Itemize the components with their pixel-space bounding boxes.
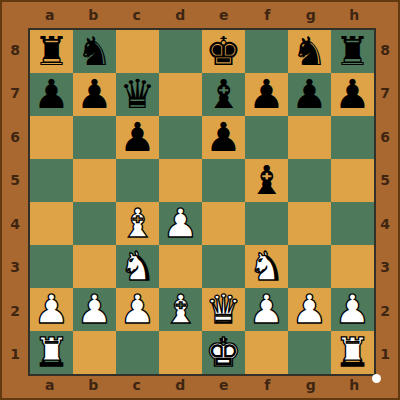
square-a4[interactable] (30, 202, 73, 245)
piece-black-pawn: ♟ (206, 117, 242, 157)
piece-white-knight: ♞ (249, 246, 285, 286)
square-e7[interactable]: ♝ (202, 73, 245, 116)
square-g1[interactable] (288, 331, 331, 374)
file-label-c: c (115, 373, 159, 397)
piece-black-rook: ♜ (335, 31, 371, 71)
file-label-e: e (202, 3, 246, 27)
square-a7[interactable]: ♟ (30, 73, 73, 116)
piece-black-knight: ♞ (77, 31, 113, 71)
piece-white-pawn: ♟ (34, 289, 70, 329)
rank-label-2: 2 (373, 289, 397, 333)
rank-label-1: 1 (3, 333, 27, 377)
file-label-b: b (72, 3, 116, 27)
square-g7[interactable]: ♟ (288, 73, 331, 116)
square-h4[interactable] (331, 202, 374, 245)
board-frame: abcdefgh abcdefgh 87654321 87654321 ♜♞♚♞… (0, 0, 400, 400)
square-g3[interactable] (288, 245, 331, 288)
piece-white-pawn: ♟ (249, 289, 285, 329)
piece-white-rook: ♜ (34, 332, 70, 372)
square-e1[interactable]: ♚ (202, 331, 245, 374)
file-label-d: d (159, 3, 203, 27)
file-label-g: g (289, 373, 333, 397)
square-e4[interactable] (202, 202, 245, 245)
square-c1[interactable] (116, 331, 159, 374)
file-labels-bottom: abcdefgh (28, 373, 376, 397)
square-a6[interactable] (30, 116, 73, 159)
square-h1[interactable]: ♜ (331, 331, 374, 374)
square-b3[interactable] (73, 245, 116, 288)
file-label-b: b (72, 373, 116, 397)
square-e2[interactable]: ♛ (202, 288, 245, 331)
file-label-f: f (246, 3, 290, 27)
file-label-f: f (246, 373, 290, 397)
square-c3[interactable]: ♞ (116, 245, 159, 288)
square-b1[interactable] (73, 331, 116, 374)
rank-labels-left: 87654321 (3, 28, 27, 376)
piece-black-bishop: ♝ (206, 74, 242, 114)
square-g8[interactable]: ♞ (288, 30, 331, 73)
rank-label-8: 8 (373, 28, 397, 72)
square-g6[interactable] (288, 116, 331, 159)
square-h3[interactable] (331, 245, 374, 288)
piece-white-pawn: ♟ (292, 289, 328, 329)
side-to-move-indicator (372, 374, 381, 383)
square-h7[interactable]: ♟ (331, 73, 374, 116)
file-label-g: g (289, 3, 333, 27)
rank-label-7: 7 (373, 72, 397, 116)
square-b4[interactable] (73, 202, 116, 245)
rank-label-2: 2 (3, 289, 27, 333)
rank-label-7: 7 (3, 72, 27, 116)
square-f4[interactable] (245, 202, 288, 245)
square-d1[interactable] (159, 331, 202, 374)
square-e5[interactable] (202, 159, 245, 202)
square-f7[interactable]: ♟ (245, 73, 288, 116)
square-d8[interactable] (159, 30, 202, 73)
piece-black-pawn: ♟ (34, 74, 70, 114)
square-d7[interactable] (159, 73, 202, 116)
file-label-c: c (115, 3, 159, 27)
rank-label-5: 5 (3, 159, 27, 203)
file-label-d: d (159, 373, 203, 397)
square-g5[interactable] (288, 159, 331, 202)
rank-label-3: 3 (373, 246, 397, 290)
square-e3[interactable] (202, 245, 245, 288)
piece-white-queen: ♛ (206, 289, 242, 329)
piece-black-pawn: ♟ (292, 74, 328, 114)
file-label-a: a (28, 3, 72, 27)
piece-black-queen: ♛ (120, 74, 156, 114)
square-c4[interactable]: ♝ (116, 202, 159, 245)
rank-labels-right: 87654321 (373, 28, 397, 376)
piece-white-bishop: ♝ (163, 289, 199, 329)
square-h8[interactable]: ♜ (331, 30, 374, 73)
piece-white-knight: ♞ (120, 246, 156, 286)
piece-white-rook: ♜ (335, 332, 371, 372)
square-a1[interactable]: ♜ (30, 331, 73, 374)
square-f1[interactable] (245, 331, 288, 374)
square-b8[interactable]: ♞ (73, 30, 116, 73)
square-d2[interactable]: ♝ (159, 288, 202, 331)
piece-white-pawn: ♟ (335, 289, 371, 329)
rank-label-4: 4 (373, 202, 397, 246)
piece-black-king: ♚ (206, 31, 242, 71)
piece-white-pawn: ♟ (163, 203, 199, 243)
piece-white-pawn: ♟ (120, 289, 156, 329)
rank-label-5: 5 (373, 159, 397, 203)
file-label-h: h (333, 3, 377, 27)
rank-label-6: 6 (373, 115, 397, 159)
square-b2[interactable]: ♟ (73, 288, 116, 331)
square-c7[interactable]: ♛ (116, 73, 159, 116)
piece-white-pawn: ♟ (77, 289, 113, 329)
square-e8[interactable]: ♚ (202, 30, 245, 73)
square-b7[interactable]: ♟ (73, 73, 116, 116)
square-f6[interactable] (245, 116, 288, 159)
square-d3[interactable] (159, 245, 202, 288)
piece-black-bishop: ♝ (249, 160, 285, 200)
square-c2[interactable]: ♟ (116, 288, 159, 331)
square-a2[interactable]: ♟ (30, 288, 73, 331)
piece-white-bishop: ♝ (120, 203, 156, 243)
file-labels-top: abcdefgh (28, 3, 376, 27)
piece-black-pawn: ♟ (249, 74, 285, 114)
rank-label-3: 3 (3, 246, 27, 290)
square-h2[interactable]: ♟ (331, 288, 374, 331)
square-b5[interactable] (73, 159, 116, 202)
square-a3[interactable] (30, 245, 73, 288)
square-c6[interactable]: ♟ (116, 116, 159, 159)
square-c8[interactable] (116, 30, 159, 73)
square-d5[interactable] (159, 159, 202, 202)
chess-board: ♜♞♚♞♜♟♟♛♝♟♟♟♟♟♝♝♟♞♞♟♟♟♝♛♟♟♟♜♚♜ (28, 28, 376, 376)
piece-black-pawn: ♟ (120, 117, 156, 157)
square-h5[interactable] (331, 159, 374, 202)
square-h6[interactable] (331, 116, 374, 159)
square-f2[interactable]: ♟ (245, 288, 288, 331)
square-e6[interactable]: ♟ (202, 116, 245, 159)
rank-label-1: 1 (373, 333, 397, 377)
square-b6[interactable] (73, 116, 116, 159)
piece-black-pawn: ♟ (335, 74, 371, 114)
square-g4[interactable] (288, 202, 331, 245)
square-c5[interactable] (116, 159, 159, 202)
square-f8[interactable] (245, 30, 288, 73)
piece-white-king: ♚ (206, 332, 242, 372)
piece-black-rook: ♜ (34, 31, 70, 71)
square-f3[interactable]: ♞ (245, 245, 288, 288)
square-f5[interactable]: ♝ (245, 159, 288, 202)
rank-label-6: 6 (3, 115, 27, 159)
rank-label-8: 8 (3, 28, 27, 72)
square-a8[interactable]: ♜ (30, 30, 73, 73)
square-g2[interactable]: ♟ (288, 288, 331, 331)
file-label-h: h (333, 373, 377, 397)
square-d6[interactable] (159, 116, 202, 159)
rank-label-4: 4 (3, 202, 27, 246)
file-label-e: e (202, 373, 246, 397)
square-a5[interactable] (30, 159, 73, 202)
piece-black-pawn: ♟ (77, 74, 113, 114)
piece-black-knight: ♞ (292, 31, 328, 71)
square-d4[interactable]: ♟ (159, 202, 202, 245)
file-label-a: a (28, 373, 72, 397)
